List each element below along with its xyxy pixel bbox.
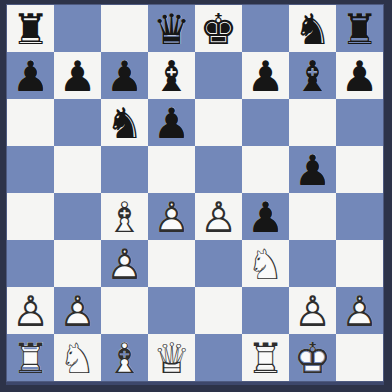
white-pawn[interactable]: ♟♙ xyxy=(289,287,336,334)
white-pawn[interactable]: ♟♙ xyxy=(54,287,101,334)
square-f7[interactable]: ♙♟ xyxy=(242,52,289,99)
square-b3[interactable] xyxy=(54,240,101,287)
square-a3[interactable] xyxy=(7,240,54,287)
white-pawn[interactable]: ♟♙ xyxy=(195,193,242,240)
square-d7[interactable]: ♗♝ xyxy=(148,52,195,99)
square-g8[interactable]: ♘♞ xyxy=(289,5,336,52)
white-king[interactable]: ♚♔ xyxy=(289,334,336,381)
square-b7[interactable]: ♙♟ xyxy=(54,52,101,99)
piece-glyph-overlay: ♜ xyxy=(336,5,383,52)
square-e3[interactable] xyxy=(195,240,242,287)
square-b5[interactable] xyxy=(54,146,101,193)
black-rook[interactable]: ♖♜ xyxy=(7,5,54,52)
black-queen[interactable]: ♕♛ xyxy=(148,5,195,52)
black-knight[interactable]: ♘♞ xyxy=(289,5,336,52)
square-b8[interactable] xyxy=(54,5,101,52)
piece-glyph-overlay: ♙ xyxy=(289,287,336,334)
square-c3[interactable]: ♟♙ xyxy=(101,240,148,287)
piece-glyph-overlay: ♟ xyxy=(148,99,195,146)
square-d6[interactable]: ♙♟ xyxy=(148,99,195,146)
black-king[interactable]: ♔♚ xyxy=(195,5,242,52)
black-pawn[interactable]: ♙♟ xyxy=(148,99,195,146)
square-g1[interactable]: ♚♔ xyxy=(289,334,336,381)
piece-glyph-overlay: ♙ xyxy=(195,193,242,240)
square-b1[interactable]: ♞♘ xyxy=(54,334,101,381)
square-f6[interactable] xyxy=(242,99,289,146)
square-g3[interactable] xyxy=(289,240,336,287)
piece-glyph-overlay: ♙ xyxy=(101,240,148,287)
square-g5[interactable]: ♙♟ xyxy=(289,146,336,193)
black-pawn[interactable]: ♙♟ xyxy=(242,193,289,240)
square-d5[interactable] xyxy=(148,146,195,193)
square-f1[interactable]: ♜♖ xyxy=(242,334,289,381)
piece-glyph-overlay: ♖ xyxy=(242,334,289,381)
square-e7[interactable] xyxy=(195,52,242,99)
square-c2[interactable] xyxy=(101,287,148,334)
square-h7[interactable]: ♙♟ xyxy=(336,52,383,99)
square-g7[interactable]: ♗♝ xyxy=(289,52,336,99)
white-rook[interactable]: ♜♖ xyxy=(7,334,54,381)
black-pawn[interactable]: ♙♟ xyxy=(54,52,101,99)
white-knight[interactable]: ♞♘ xyxy=(242,240,289,287)
square-a7[interactable]: ♙♟ xyxy=(7,52,54,99)
piece-glyph-overlay: ♘ xyxy=(54,334,101,381)
piece-glyph-overlay: ♟ xyxy=(336,52,383,99)
piece-glyph-overlay: ♙ xyxy=(7,287,54,334)
black-bishop[interactable]: ♗♝ xyxy=(289,52,336,99)
black-rook[interactable]: ♖♜ xyxy=(336,5,383,52)
piece-glyph-overlay: ♟ xyxy=(289,146,336,193)
square-a6[interactable] xyxy=(7,99,54,146)
square-h5[interactable] xyxy=(336,146,383,193)
square-h3[interactable] xyxy=(336,240,383,287)
black-pawn[interactable]: ♙♟ xyxy=(7,52,54,99)
black-pawn[interactable]: ♙♟ xyxy=(289,146,336,193)
piece-glyph-overlay: ♞ xyxy=(289,5,336,52)
piece-glyph-overlay: ♙ xyxy=(336,287,383,334)
square-d2[interactable] xyxy=(148,287,195,334)
square-h8[interactable]: ♖♜ xyxy=(336,5,383,52)
square-g2[interactable]: ♟♙ xyxy=(289,287,336,334)
piece-glyph-overlay: ♝ xyxy=(289,52,336,99)
square-f5[interactable] xyxy=(242,146,289,193)
piece-glyph-overlay: ♛ xyxy=(148,5,195,52)
piece-glyph-overlay: ♟ xyxy=(54,52,101,99)
piece-glyph-overlay: ♕ xyxy=(148,334,195,381)
chess-board: ♖♜♕♛♔♚♘♞♖♜♙♟♙♟♙♟♗♝♙♟♗♝♙♟♘♞♙♟♙♟♝♗♟♙♟♙♙♟♟♙… xyxy=(7,5,383,381)
square-c5[interactable] xyxy=(101,146,148,193)
piece-glyph-overlay: ♜ xyxy=(7,5,54,52)
white-pawn[interactable]: ♟♙ xyxy=(101,240,148,287)
square-h2[interactable]: ♟♙ xyxy=(336,287,383,334)
white-rook[interactable]: ♜♖ xyxy=(242,334,289,381)
piece-glyph-overlay: ♟ xyxy=(7,52,54,99)
white-knight[interactable]: ♞♘ xyxy=(54,334,101,381)
piece-glyph-overlay: ♘ xyxy=(242,240,289,287)
piece-glyph-overlay: ♟ xyxy=(242,193,289,240)
white-bishop[interactable]: ♝♗ xyxy=(101,334,148,381)
piece-glyph-overlay: ♟ xyxy=(101,52,148,99)
square-f2[interactable] xyxy=(242,287,289,334)
piece-glyph-overlay: ♖ xyxy=(7,334,54,381)
square-d3[interactable] xyxy=(148,240,195,287)
square-a4[interactable] xyxy=(7,193,54,240)
square-d1[interactable]: ♛♕ xyxy=(148,334,195,381)
square-d4[interactable]: ♟♙ xyxy=(148,193,195,240)
square-c4[interactable]: ♝♗ xyxy=(101,193,148,240)
piece-glyph-overlay: ♝ xyxy=(148,52,195,99)
white-pawn[interactable]: ♟♙ xyxy=(148,193,195,240)
square-c8[interactable] xyxy=(101,5,148,52)
white-pawn[interactable]: ♟♙ xyxy=(336,287,383,334)
square-g6[interactable] xyxy=(289,99,336,146)
piece-glyph-overlay: ♚ xyxy=(195,5,242,52)
piece-glyph-overlay: ♗ xyxy=(101,193,148,240)
square-e4[interactable]: ♟♙ xyxy=(195,193,242,240)
black-bishop[interactable]: ♗♝ xyxy=(148,52,195,99)
white-queen[interactable]: ♛♕ xyxy=(148,334,195,381)
square-h4[interactable] xyxy=(336,193,383,240)
square-d8[interactable]: ♕♛ xyxy=(148,5,195,52)
piece-glyph-overlay: ♗ xyxy=(101,334,148,381)
piece-glyph-overlay: ♞ xyxy=(101,99,148,146)
square-b4[interactable] xyxy=(54,193,101,240)
square-a8[interactable]: ♖♜ xyxy=(7,5,54,52)
square-c1[interactable]: ♝♗ xyxy=(101,334,148,381)
square-e8[interactable]: ♔♚ xyxy=(195,5,242,52)
square-e2[interactable] xyxy=(195,287,242,334)
square-f3[interactable]: ♞♘ xyxy=(242,240,289,287)
piece-glyph-overlay: ♙ xyxy=(54,287,101,334)
square-b6[interactable] xyxy=(54,99,101,146)
square-c6[interactable]: ♘♞ xyxy=(101,99,148,146)
square-g4[interactable] xyxy=(289,193,336,240)
white-pawn[interactable]: ♟♙ xyxy=(7,287,54,334)
square-c7[interactable]: ♙♟ xyxy=(101,52,148,99)
piece-glyph-overlay: ♔ xyxy=(289,334,336,381)
square-b2[interactable]: ♟♙ xyxy=(54,287,101,334)
square-e6[interactable] xyxy=(195,99,242,146)
square-a5[interactable] xyxy=(7,146,54,193)
black-pawn[interactable]: ♙♟ xyxy=(336,52,383,99)
square-f8[interactable] xyxy=(242,5,289,52)
square-h6[interactable] xyxy=(336,99,383,146)
square-e5[interactable] xyxy=(195,146,242,193)
board-frame: ♖♜♕♛♔♚♘♞♖♜♙♟♙♟♙♟♗♝♙♟♗♝♙♟♘♞♙♟♙♟♝♗♟♙♟♙♙♟♟♙… xyxy=(0,0,392,392)
piece-glyph-overlay: ♙ xyxy=(148,193,195,240)
piece-glyph-overlay: ♟ xyxy=(242,52,289,99)
white-bishop[interactable]: ♝♗ xyxy=(101,193,148,240)
square-h1[interactable] xyxy=(336,334,383,381)
square-f4[interactable]: ♙♟ xyxy=(242,193,289,240)
black-pawn[interactable]: ♙♟ xyxy=(101,52,148,99)
black-knight[interactable]: ♘♞ xyxy=(101,99,148,146)
square-a2[interactable]: ♟♙ xyxy=(7,287,54,334)
black-pawn[interactable]: ♙♟ xyxy=(242,52,289,99)
square-a1[interactable]: ♜♖ xyxy=(7,334,54,381)
square-e1[interactable] xyxy=(195,334,242,381)
